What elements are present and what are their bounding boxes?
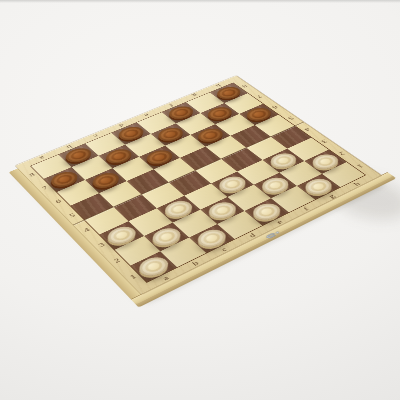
piece-light-d2 (204, 199, 241, 222)
piece-light-g1 (300, 176, 336, 197)
piece-dark-c7 (102, 147, 136, 167)
board-face: 12345678abcdefghabcdefgh12345678 (15, 75, 381, 294)
piece-dark-h6 (243, 106, 276, 124)
piece-dark-a7 (47, 169, 81, 190)
photo-stage: 12345678abcdefghabcdefgh12345678 (0, 0, 400, 400)
photo-top-edge (0, 0, 400, 3)
piece-light-a3 (103, 223, 140, 247)
piece-light-g3 (266, 151, 301, 171)
piece-light-c3 (160, 198, 196, 220)
piece-light-f2 (257, 175, 293, 196)
piece-light-c1 (193, 226, 231, 250)
piece-dark-b6 (89, 170, 124, 191)
piece-light-e1 (248, 200, 285, 223)
checkers-board: 12345678abcdefghabcdefgh12345678 (15, 75, 381, 294)
piece-dark-d6 (142, 148, 176, 168)
piece-dark-d8 (115, 124, 148, 142)
piece-light-a1 (134, 254, 173, 280)
piece-light-b2 (148, 225, 186, 249)
piece-dark-h8 (213, 85, 245, 102)
piece-light-h2 (308, 152, 343, 172)
piece-dark-g7 (204, 105, 236, 123)
piece-light-e3 (215, 174, 251, 195)
piece-dark-b8 (62, 146, 95, 166)
piece-dark-f6 (194, 126, 227, 145)
piece-dark-f8 (165, 104, 197, 122)
piece-dark-e7 (154, 125, 187, 144)
pieces-layer (15, 75, 381, 294)
